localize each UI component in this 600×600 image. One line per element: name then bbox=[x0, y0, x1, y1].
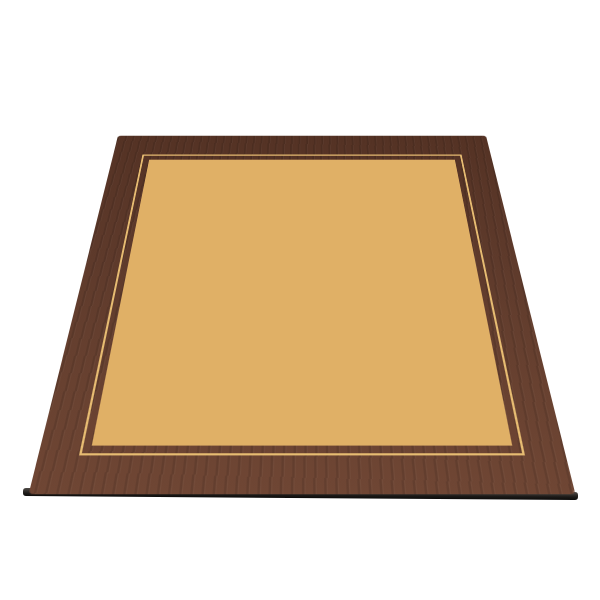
chess-board bbox=[29, 136, 576, 494]
file-labels-bottom bbox=[83, 460, 521, 490]
board-inner-line bbox=[79, 155, 525, 456]
file-labels-top bbox=[151, 139, 453, 151]
chessboard-photo bbox=[0, 0, 600, 600]
board-margin bbox=[92, 160, 512, 446]
board-grid bbox=[100, 163, 504, 439]
